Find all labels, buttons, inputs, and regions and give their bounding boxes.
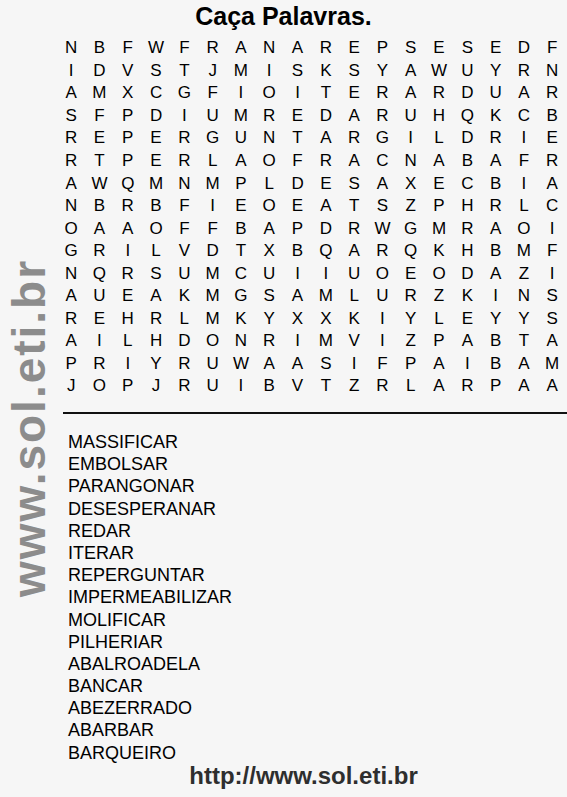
grid-cell: Q bbox=[114, 172, 142, 195]
grid-cell: L bbox=[510, 195, 538, 218]
grid-cell: F bbox=[170, 37, 198, 60]
grid-cell: A bbox=[283, 37, 311, 60]
grid-cell: R bbox=[198, 37, 226, 60]
word-list-item: BARQUEIRO bbox=[68, 742, 232, 764]
grid-cell: S bbox=[538, 308, 566, 331]
grid-cell: U bbox=[198, 353, 226, 376]
word-list-item: ITERAR bbox=[68, 542, 232, 564]
grid-cell: I bbox=[510, 172, 538, 195]
grid-cell: E bbox=[312, 172, 340, 195]
grid-cell: P bbox=[114, 375, 142, 398]
grid-cell: P bbox=[57, 353, 85, 376]
grid-cell: R bbox=[114, 195, 142, 218]
grid-cell: R bbox=[85, 353, 113, 376]
grid-cell: F bbox=[198, 217, 226, 240]
grid-cell: H bbox=[114, 308, 142, 331]
grid-cell: K bbox=[340, 308, 368, 331]
grid-cell: O bbox=[198, 330, 226, 353]
grid-cell: R bbox=[368, 240, 396, 263]
grid-cell: R bbox=[481, 195, 509, 218]
grid-cell: D bbox=[510, 37, 538, 60]
grid-cell: S bbox=[340, 172, 368, 195]
grid-cell: Z bbox=[397, 330, 425, 353]
grid-cell: Y bbox=[142, 353, 170, 376]
grid-cell: D bbox=[453, 127, 481, 150]
grid-cell: N bbox=[57, 195, 85, 218]
grid-cell: Z bbox=[425, 285, 453, 308]
grid-cell: Y bbox=[255, 308, 283, 331]
grid-cell: N bbox=[227, 330, 255, 353]
grid-cell: A bbox=[340, 240, 368, 263]
grid-cell: O bbox=[368, 262, 396, 285]
grid-cell: A bbox=[510, 353, 538, 376]
grid-cell: A bbox=[312, 127, 340, 150]
grid-cell: R bbox=[57, 150, 85, 173]
grid-cell: I bbox=[57, 60, 85, 83]
grid-cell: P bbox=[227, 172, 255, 195]
grid-cell: G bbox=[170, 82, 198, 105]
grid-cell: A bbox=[255, 217, 283, 240]
grid-cell: O bbox=[255, 150, 283, 173]
grid-cell: M bbox=[425, 217, 453, 240]
grid-cell: C bbox=[142, 82, 170, 105]
grid-cell: U bbox=[397, 105, 425, 128]
grid-cell: T bbox=[85, 150, 113, 173]
grid-cell: E bbox=[114, 285, 142, 308]
grid-cell: H bbox=[425, 105, 453, 128]
word-list-item: BANCAR bbox=[68, 675, 232, 697]
grid-cell: S bbox=[453, 37, 481, 60]
grid-cell: S bbox=[142, 262, 170, 285]
grid-cell: B bbox=[283, 240, 311, 263]
grid-cell: H bbox=[142, 330, 170, 353]
grid-cell: R bbox=[481, 127, 509, 150]
grid-cell: P bbox=[114, 105, 142, 128]
grid-cell: Z bbox=[397, 195, 425, 218]
grid-cell: A bbox=[57, 172, 85, 195]
grid-cell: C bbox=[538, 195, 566, 218]
grid-cell: A bbox=[340, 150, 368, 173]
grid-cell: O bbox=[255, 82, 283, 105]
grid-cell: A bbox=[368, 172, 396, 195]
word-list-item: ABEZERRADO bbox=[68, 697, 232, 719]
grid-cell: G bbox=[198, 127, 226, 150]
grid-cell: I bbox=[538, 217, 566, 240]
word-grid: NBFWFRANAREPSESEDFIDVSTJMISKSYAWUYRNAMXC… bbox=[57, 37, 566, 398]
grid-cell: T bbox=[340, 195, 368, 218]
grid-cell: M bbox=[198, 308, 226, 331]
grid-cell: J bbox=[57, 375, 85, 398]
grid-cell: L bbox=[114, 330, 142, 353]
grid-cell: A bbox=[227, 150, 255, 173]
grid-cell: B bbox=[142, 195, 170, 218]
word-list-item: DESESPERANAR bbox=[68, 498, 232, 520]
grid-cell: Z bbox=[340, 375, 368, 398]
grid-cell: N bbox=[510, 285, 538, 308]
grid-cell: V bbox=[114, 60, 142, 83]
grid-cell: L bbox=[142, 240, 170, 263]
grid-cell: I bbox=[170, 105, 198, 128]
grid-cell: R bbox=[340, 127, 368, 150]
grid-cell: R bbox=[453, 375, 481, 398]
grid-cell: I bbox=[453, 353, 481, 376]
grid-cell: M bbox=[312, 285, 340, 308]
grid-cell: B bbox=[255, 375, 283, 398]
grid-cell: S bbox=[57, 105, 85, 128]
grid-cell: F bbox=[85, 105, 113, 128]
grid-cell: L bbox=[198, 150, 226, 173]
grid-cell: O bbox=[255, 195, 283, 218]
grid-cell: E bbox=[283, 105, 311, 128]
word-list-item: REPERGUNTAR bbox=[68, 564, 232, 586]
grid-cell: S bbox=[340, 60, 368, 83]
grid-cell: U bbox=[255, 262, 283, 285]
grid-cell: E bbox=[425, 37, 453, 60]
grid-cell: A bbox=[481, 150, 509, 173]
grid-cell: O bbox=[85, 375, 113, 398]
grid-cell: N bbox=[255, 127, 283, 150]
grid-cell: P bbox=[368, 37, 396, 60]
grid-cell: R bbox=[312, 37, 340, 60]
grid-cell: A bbox=[142, 285, 170, 308]
word-list-item: IMPERMEABILIZAR bbox=[68, 586, 232, 608]
grid-cell: U bbox=[340, 262, 368, 285]
grid-cell: I bbox=[198, 195, 226, 218]
grid-cell: R bbox=[57, 127, 85, 150]
grid-cell: D bbox=[312, 217, 340, 240]
grid-cell: W bbox=[142, 37, 170, 60]
grid-cell: E bbox=[340, 37, 368, 60]
grid-cell: A bbox=[453, 330, 481, 353]
grid-cell: U bbox=[198, 105, 226, 128]
grid-cell: J bbox=[198, 60, 226, 83]
grid-cell: K bbox=[425, 240, 453, 263]
grid-cell: I bbox=[368, 330, 396, 353]
grid-cell: Y bbox=[510, 308, 538, 331]
grid-cell: M bbox=[227, 60, 255, 83]
grid-cell: N bbox=[57, 262, 85, 285]
grid-cell: M bbox=[198, 262, 226, 285]
grid-cell: A bbox=[481, 217, 509, 240]
grid-cell: D bbox=[312, 105, 340, 128]
grid-cell: W bbox=[85, 172, 113, 195]
grid-cell: R bbox=[340, 217, 368, 240]
divider-line bbox=[63, 412, 567, 414]
grid-cell: D bbox=[170, 330, 198, 353]
grid-cell: K bbox=[453, 285, 481, 308]
grid-cell: P bbox=[425, 195, 453, 218]
grid-cell: K bbox=[227, 308, 255, 331]
grid-cell: P bbox=[114, 150, 142, 173]
grid-cell: M bbox=[198, 285, 226, 308]
grid-cell: A bbox=[283, 353, 311, 376]
grid-cell: E bbox=[283, 195, 311, 218]
grid-cell: E bbox=[481, 37, 509, 60]
grid-cell: I bbox=[510, 127, 538, 150]
grid-cell: N bbox=[538, 60, 566, 83]
grid-cell: R bbox=[142, 308, 170, 331]
grid-cell: A bbox=[57, 82, 85, 105]
grid-cell: A bbox=[227, 37, 255, 60]
grid-cell: Y bbox=[481, 60, 509, 83]
grid-cell: I bbox=[481, 285, 509, 308]
grid-cell: R bbox=[538, 82, 566, 105]
grid-cell: S bbox=[538, 285, 566, 308]
page-title: Caça Palavras. bbox=[0, 2, 567, 31]
grid-cell: L bbox=[425, 127, 453, 150]
word-list-item: PILHERIAR bbox=[68, 631, 232, 653]
grid-cell: D bbox=[85, 60, 113, 83]
grid-cell: I bbox=[255, 60, 283, 83]
grid-cell: E bbox=[340, 82, 368, 105]
grid-cell: C bbox=[227, 262, 255, 285]
grid-cell: I bbox=[114, 240, 142, 263]
grid-cell: V bbox=[340, 330, 368, 353]
grid-cell: A bbox=[425, 353, 453, 376]
grid-cell: S bbox=[397, 37, 425, 60]
grid-cell: R bbox=[397, 285, 425, 308]
grid-cell: G bbox=[368, 127, 396, 150]
grid-cell: L bbox=[255, 172, 283, 195]
grid-cell: T bbox=[510, 330, 538, 353]
grid-cell: L bbox=[340, 285, 368, 308]
grid-cell: Q bbox=[397, 240, 425, 263]
grid-cell: D bbox=[453, 262, 481, 285]
grid-cell: R bbox=[538, 150, 566, 173]
grid-cell: N bbox=[57, 37, 85, 60]
grid-cell: D bbox=[142, 105, 170, 128]
grid-cell: T bbox=[312, 82, 340, 105]
grid-cell: A bbox=[312, 195, 340, 218]
grid-cell: P bbox=[425, 330, 453, 353]
grid-cell: H bbox=[453, 195, 481, 218]
grid-cell: R bbox=[170, 127, 198, 150]
grid-cell: F bbox=[170, 217, 198, 240]
grid-cell: G bbox=[57, 240, 85, 263]
grid-cell: M bbox=[538, 353, 566, 376]
grid-cell: O bbox=[425, 262, 453, 285]
grid-cell: A bbox=[538, 375, 566, 398]
grid-cell: B bbox=[453, 150, 481, 173]
grid-cell: X bbox=[255, 240, 283, 263]
grid-cell: I bbox=[227, 375, 255, 398]
grid-cell: O bbox=[510, 217, 538, 240]
grid-cell: E bbox=[142, 150, 170, 173]
grid-cell: I bbox=[114, 353, 142, 376]
grid-cell: E bbox=[85, 127, 113, 150]
grid-cell: E bbox=[397, 262, 425, 285]
grid-cell: A bbox=[340, 105, 368, 128]
puzzle-page: Caça Palavras. www.sol.eti.br NBFWFRANAR… bbox=[0, 0, 567, 797]
word-list-item: EMBOLSAR bbox=[68, 453, 232, 475]
grid-cell: F bbox=[538, 240, 566, 263]
grid-cell: T bbox=[312, 375, 340, 398]
grid-cell: B bbox=[538, 105, 566, 128]
grid-cell: K bbox=[481, 105, 509, 128]
grid-cell: I bbox=[368, 308, 396, 331]
grid-cell: R bbox=[85, 240, 113, 263]
grid-cell: M bbox=[85, 82, 113, 105]
grid-cell: F bbox=[510, 150, 538, 173]
grid-cell: D bbox=[283, 172, 311, 195]
grid-cell: E bbox=[453, 308, 481, 331]
grid-cell: I bbox=[227, 82, 255, 105]
grid-cell: B bbox=[481, 172, 509, 195]
grid-cell: Q bbox=[453, 105, 481, 128]
grid-cell: F bbox=[368, 353, 396, 376]
grid-cell: C bbox=[368, 150, 396, 173]
grid-cell: G bbox=[227, 285, 255, 308]
grid-cell: F bbox=[538, 37, 566, 60]
grid-cell: I bbox=[283, 262, 311, 285]
grid-cell: A bbox=[425, 375, 453, 398]
grid-cell: M bbox=[198, 172, 226, 195]
grid-cell: A bbox=[538, 172, 566, 195]
grid-cell: A bbox=[57, 285, 85, 308]
grid-cell: W bbox=[227, 353, 255, 376]
grid-cell: J bbox=[142, 375, 170, 398]
grid-cell: Y bbox=[397, 308, 425, 331]
grid-cell: A bbox=[510, 82, 538, 105]
grid-cell: G bbox=[397, 217, 425, 240]
grid-cell: R bbox=[255, 105, 283, 128]
grid-cell: R bbox=[453, 217, 481, 240]
grid-cell: E bbox=[85, 308, 113, 331]
grid-cell: S bbox=[312, 353, 340, 376]
grid-cell: B bbox=[481, 240, 509, 263]
grid-cell: B bbox=[85, 195, 113, 218]
grid-cell: U bbox=[453, 60, 481, 83]
grid-cell: P bbox=[397, 353, 425, 376]
grid-cell: F bbox=[170, 195, 198, 218]
grid-cell: Z bbox=[510, 262, 538, 285]
grid-cell: M bbox=[142, 172, 170, 195]
grid-cell: B bbox=[481, 353, 509, 376]
grid-cell: X bbox=[397, 172, 425, 195]
grid-cell: U bbox=[227, 127, 255, 150]
grid-cell: A bbox=[510, 375, 538, 398]
grid-cell: F bbox=[283, 150, 311, 173]
grid-cell: B bbox=[227, 217, 255, 240]
grid-cell: M bbox=[312, 330, 340, 353]
grid-cell: N bbox=[255, 37, 283, 60]
grid-cell: N bbox=[170, 172, 198, 195]
grid-cell: A bbox=[255, 353, 283, 376]
footer-url: http://www.sol.eti.br bbox=[40, 762, 567, 790]
grid-cell: O bbox=[57, 217, 85, 240]
grid-cell: A bbox=[114, 217, 142, 240]
grid-cell: R bbox=[57, 308, 85, 331]
grid-cell: I bbox=[85, 330, 113, 353]
grid-cell: H bbox=[453, 240, 481, 263]
grid-cell: C bbox=[510, 105, 538, 128]
grid-cell: P bbox=[283, 217, 311, 240]
grid-cell: L bbox=[170, 308, 198, 331]
grid-cell: R bbox=[312, 150, 340, 173]
grid-cell: U bbox=[368, 285, 396, 308]
grid-cell: U bbox=[170, 262, 198, 285]
grid-cell: W bbox=[425, 60, 453, 83]
grid-cell: R bbox=[368, 105, 396, 128]
grid-cell: Q bbox=[312, 240, 340, 263]
grid-cell: X bbox=[312, 308, 340, 331]
grid-cell: B bbox=[481, 330, 509, 353]
grid-cell: F bbox=[198, 82, 226, 105]
grid-cell: M bbox=[227, 105, 255, 128]
word-list: MASSIFICAREMBOLSARPARANGONARDESESPERANAR… bbox=[68, 431, 232, 764]
grid-cell: L bbox=[425, 308, 453, 331]
grid-cell: P bbox=[114, 127, 142, 150]
grid-cell: Y bbox=[368, 60, 396, 83]
grid-cell: S bbox=[283, 60, 311, 83]
grid-cell: T bbox=[283, 127, 311, 150]
grid-cell: R bbox=[170, 375, 198, 398]
grid-cell: K bbox=[312, 60, 340, 83]
grid-cell: S bbox=[255, 285, 283, 308]
word-list-item: REDAR bbox=[68, 520, 232, 542]
grid-cell: I bbox=[397, 127, 425, 150]
grid-cell: E bbox=[142, 127, 170, 150]
grid-cell: P bbox=[481, 375, 509, 398]
grid-cell: R bbox=[425, 82, 453, 105]
grid-cell: O bbox=[142, 217, 170, 240]
grid-cell: V bbox=[283, 375, 311, 398]
grid-cell: E bbox=[425, 172, 453, 195]
grid-cell: R bbox=[170, 353, 198, 376]
grid-cell: V bbox=[170, 240, 198, 263]
grid-cell: I bbox=[340, 353, 368, 376]
grid-cell: C bbox=[453, 172, 481, 195]
grid-cell: S bbox=[368, 195, 396, 218]
grid-cell: A bbox=[425, 150, 453, 173]
grid-cell: I bbox=[283, 330, 311, 353]
grid-cell: S bbox=[142, 60, 170, 83]
grid-cell: R bbox=[114, 262, 142, 285]
grid-cell: A bbox=[397, 60, 425, 83]
grid-cell: W bbox=[368, 217, 396, 240]
grid-cell: N bbox=[397, 150, 425, 173]
grid-cell: I bbox=[283, 82, 311, 105]
word-list-item: ABALROADELA bbox=[68, 653, 232, 675]
word-list-item: MOLIFICAR bbox=[68, 609, 232, 631]
grid-cell: R bbox=[368, 375, 396, 398]
grid-cell: Q bbox=[85, 262, 113, 285]
grid-cell: Y bbox=[481, 308, 509, 331]
grid-cell: U bbox=[85, 285, 113, 308]
grid-cell: E bbox=[538, 127, 566, 150]
grid-cell: E bbox=[227, 195, 255, 218]
grid-cell: R bbox=[170, 150, 198, 173]
grid-cell: A bbox=[481, 262, 509, 285]
word-list-item: ABARBAR bbox=[68, 719, 232, 741]
word-list-item: MASSIFICAR bbox=[68, 431, 232, 453]
grid-cell: U bbox=[198, 375, 226, 398]
grid-cell: B bbox=[85, 37, 113, 60]
grid-cell: I bbox=[538, 262, 566, 285]
grid-cell: I bbox=[312, 262, 340, 285]
grid-cell: U bbox=[481, 82, 509, 105]
grid-cell: R bbox=[368, 82, 396, 105]
grid-cell: D bbox=[198, 240, 226, 263]
grid-cell: A bbox=[283, 285, 311, 308]
grid-cell: R bbox=[255, 330, 283, 353]
grid-cell: X bbox=[283, 308, 311, 331]
grid-cell: K bbox=[170, 285, 198, 308]
sidebar-watermark-url: www.sol.eti.br bbox=[2, 205, 56, 597]
grid-cell: T bbox=[170, 60, 198, 83]
grid-cell: A bbox=[538, 330, 566, 353]
grid-cell: A bbox=[57, 330, 85, 353]
